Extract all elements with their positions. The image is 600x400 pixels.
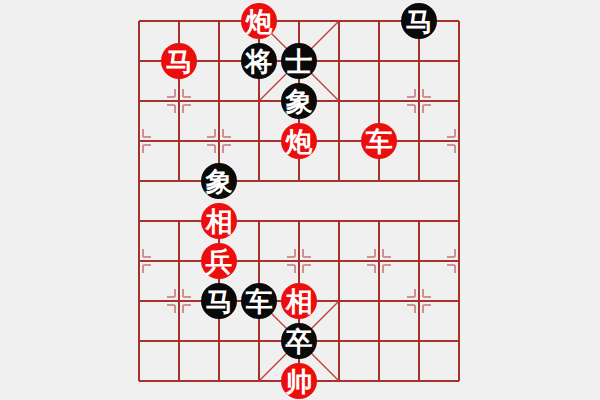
piece-black-elephant[interactable]: 象 bbox=[281, 83, 317, 119]
piece-black-rook[interactable]: 车 bbox=[241, 283, 277, 319]
piece-red-cannon[interactable]: 炮 bbox=[241, 3, 277, 39]
piece-red-rook[interactable]: 车 bbox=[361, 123, 397, 159]
piece-black-horse[interactable]: 马 bbox=[401, 3, 437, 39]
piece-red-elephant[interactable]: 相 bbox=[201, 203, 237, 239]
piece-red-horse[interactable]: 马 bbox=[161, 43, 197, 79]
piece-red-elephant[interactable]: 相 bbox=[281, 283, 317, 319]
piece-red-soldier[interactable]: 兵 bbox=[201, 243, 237, 279]
piece-black-advisor[interactable]: 士 bbox=[281, 43, 317, 79]
piece-red-king[interactable]: 帅 bbox=[281, 363, 317, 399]
piece-black-horse[interactable]: 马 bbox=[201, 283, 237, 319]
piece-red-cannon[interactable]: 炮 bbox=[281, 123, 317, 159]
piece-black-king[interactable]: 将 bbox=[241, 43, 277, 79]
piece-black-soldier[interactable]: 卒 bbox=[281, 323, 317, 359]
piece-black-elephant[interactable]: 象 bbox=[201, 163, 237, 199]
xiangqi-board: 炮马马将士象炮车象相兵马车相卒帅 bbox=[119, 1, 479, 400]
xiangqi-board-screenshot: 炮马马将士象炮车象相兵马车相卒帅 bbox=[0, 0, 600, 400]
